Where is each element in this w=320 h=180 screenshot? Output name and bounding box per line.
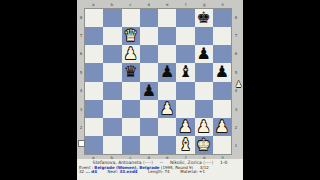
square-a3[interactable] — [85, 100, 103, 118]
coord-label-1: 1 — [234, 137, 238, 155]
square-h3[interactable] — [213, 100, 231, 118]
square-h2[interactable]: ♟ — [213, 118, 231, 136]
black-bishop-piece: ♝ — [178, 63, 192, 81]
side-to-move-indicator — [78, 140, 85, 147]
square-g1[interactable]: ♚ — [195, 136, 213, 154]
chess-app-panel: abcdefgh abcdefgh 87654321 87654321 ♚♛♟♟… — [77, 0, 243, 180]
coord-label-3: 3 — [79, 100, 83, 118]
black-pawn-piece: ♟ — [142, 82, 156, 100]
move-number: 32 — [79, 169, 84, 174]
square-e4[interactable] — [158, 82, 176, 100]
black-pawn-piece: ♟ — [160, 63, 174, 81]
square-g3[interactable] — [195, 100, 213, 118]
white-queen-piece: ♛ — [123, 27, 137, 45]
coord-label-d: d — [140, 2, 159, 7]
square-g5[interactable] — [195, 63, 213, 81]
square-g4[interactable] — [195, 82, 213, 100]
square-b1[interactable] — [103, 136, 121, 154]
length-value: 74 — [165, 169, 170, 174]
white-king-piece: ♚ — [196, 136, 210, 154]
white-bishop-piece: ♝ — [178, 136, 192, 154]
square-b7[interactable] — [103, 27, 121, 45]
square-f3[interactable] — [176, 100, 194, 118]
coord-label-8: 8 — [234, 8, 238, 26]
square-a1[interactable] — [85, 136, 103, 154]
square-a4[interactable] — [85, 82, 103, 100]
square-b6[interactable] — [103, 45, 121, 63]
square-f2[interactable]: ♟ — [176, 118, 194, 136]
chess-board[interactable]: ♚♛♟♟♛♟♝♟♟♟♟♟♟♝♚ — [84, 8, 232, 155]
square-f4[interactable] — [176, 82, 194, 100]
coord-label-g: g — [195, 2, 214, 7]
white-pawn-piece: ♟ — [123, 45, 137, 63]
coord-label-8: 8 — [79, 8, 83, 26]
coord-label-h: h — [214, 2, 233, 7]
square-e7[interactable] — [158, 27, 176, 45]
square-a5[interactable] — [85, 63, 103, 81]
coord-label-5: 5 — [234, 63, 238, 81]
material-value: +1 — [199, 169, 205, 174]
coord-label-6: 6 — [79, 45, 83, 63]
square-c4[interactable] — [122, 82, 140, 100]
move-status-line: 32 ... d4 Next: 33.exd4 Length: 74 Mater… — [79, 169, 245, 174]
square-h5[interactable]: ♟ — [213, 63, 231, 81]
square-h1[interactable] — [213, 136, 231, 154]
square-c3[interactable] — [122, 100, 140, 118]
square-h8[interactable] — [213, 9, 231, 27]
square-g8[interactable]: ♚ — [195, 9, 213, 27]
square-g7[interactable] — [195, 27, 213, 45]
square-f8[interactable] — [176, 9, 194, 27]
square-f1[interactable]: ♝ — [176, 136, 194, 154]
square-b5[interactable] — [103, 63, 121, 81]
length-label: Length: — [148, 169, 163, 174]
square-b2[interactable] — [103, 118, 121, 136]
square-f6[interactable] — [176, 45, 194, 63]
coord-label-f: f — [177, 2, 196, 7]
square-b3[interactable] — [103, 100, 121, 118]
square-h7[interactable] — [213, 27, 231, 45]
coord-label-2: 2 — [79, 118, 83, 136]
square-d5[interactable] — [140, 63, 158, 81]
coord-label-4: 4 — [79, 82, 83, 100]
square-c8[interactable] — [122, 9, 140, 27]
square-e8[interactable] — [158, 9, 176, 27]
black-pawn-piece: ♟ — [196, 45, 210, 63]
square-e2[interactable] — [158, 118, 176, 136]
square-d7[interactable] — [140, 27, 158, 45]
rank-labels-left: 87654321 — [79, 8, 83, 155]
square-d3[interactable] — [140, 100, 158, 118]
file-labels-top: abcdefgh — [84, 2, 232, 7]
coord-label-7: 7 — [234, 26, 238, 44]
next-move[interactable]: 33.exd4 — [120, 169, 138, 174]
video-frame: { "game": "chess", "position": "6k1/2Q5/… — [0, 0, 320, 180]
material-advantage-pawn-icon: ♟ — [235, 80, 242, 90]
square-h6[interactable] — [213, 45, 231, 63]
material-label: Material: — [180, 169, 198, 174]
white-pawn-piece: ♟ — [215, 118, 229, 136]
black-king-piece: ♚ — [196, 9, 210, 27]
coord-label-e: e — [158, 2, 177, 7]
square-h4[interactable] — [213, 82, 231, 100]
square-d8[interactable] — [140, 9, 158, 27]
square-e6[interactable] — [158, 45, 176, 63]
square-a2[interactable] — [85, 118, 103, 136]
coord-label-b: b — [103, 2, 122, 7]
coord-label-6: 6 — [234, 45, 238, 63]
coord-label-7: 7 — [79, 26, 83, 44]
square-a6[interactable] — [85, 45, 103, 63]
coord-label-3: 3 — [234, 100, 238, 118]
square-d2[interactable] — [140, 118, 158, 136]
square-d4[interactable]: ♟ — [140, 82, 158, 100]
square-c1[interactable] — [122, 136, 140, 154]
coord-label-5: 5 — [79, 63, 83, 81]
square-f5[interactable]: ♝ — [176, 63, 194, 81]
square-g6[interactable]: ♟ — [195, 45, 213, 63]
square-b8[interactable] — [103, 9, 121, 27]
coord-label-2: 2 — [234, 118, 238, 136]
last-move[interactable]: ... d4 — [85, 169, 97, 174]
black-queen-piece: ♛ — [123, 63, 137, 81]
white-pawn-piece: ♟ — [178, 118, 192, 136]
coord-label-a: a — [84, 2, 103, 7]
square-g2[interactable]: ♟ — [195, 118, 213, 136]
square-d1[interactable] — [140, 136, 158, 154]
white-pawn-piece: ♟ — [196, 118, 210, 136]
square-a8[interactable] — [85, 9, 103, 27]
square-d6[interactable] — [140, 45, 158, 63]
square-b4[interactable] — [103, 82, 121, 100]
square-f7[interactable] — [176, 27, 194, 45]
black-pawn-piece: ♟ — [215, 63, 229, 81]
square-c2[interactable] — [122, 118, 140, 136]
square-e3[interactable]: ♟ — [158, 100, 176, 118]
coord-label-c: c — [121, 2, 140, 7]
square-e5[interactable]: ♟ — [158, 63, 176, 81]
square-c5[interactable]: ♛ — [122, 63, 140, 81]
square-a7[interactable] — [85, 27, 103, 45]
white-pawn-piece: ♟ — [160, 100, 174, 118]
square-c7[interactable]: ♛ — [122, 27, 140, 45]
next-label: Next: — [108, 169, 119, 174]
square-c6[interactable]: ♟ — [122, 45, 140, 63]
game-info-caption: Stefanova, Antoaneta (----) -- Nikolic, … — [77, 159, 243, 180]
square-e1[interactable] — [158, 136, 176, 154]
